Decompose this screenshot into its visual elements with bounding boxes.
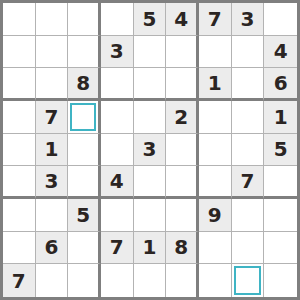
cell-r3c4[interactable] (101, 68, 134, 101)
cell-r3c5[interactable] (134, 68, 167, 101)
cell-r6c6[interactable] (166, 166, 199, 199)
cell-r9c4[interactable] (101, 264, 134, 297)
cell-r9c7[interactable] (199, 264, 232, 297)
cell-r1c5[interactable]: 5 (134, 3, 167, 36)
cell-r3c1[interactable] (3, 68, 36, 101)
cell-r1c3[interactable] (68, 3, 101, 36)
cell-r5c3[interactable] (68, 134, 101, 167)
cell-r1c9[interactable] (264, 3, 297, 36)
cell-r8c7[interactable] (199, 232, 232, 265)
cell-r9c1[interactable]: 7 (3, 264, 36, 297)
cell-r4c5[interactable] (134, 101, 167, 134)
cell-r7c6[interactable] (166, 199, 199, 232)
cell-r3c2[interactable] (36, 68, 69, 101)
cell-r4c7[interactable] (199, 101, 232, 134)
cell-r4c3[interactable] (68, 101, 101, 134)
cell-r2c1[interactable] (3, 36, 36, 69)
cell-r6c8[interactable]: 7 (232, 166, 265, 199)
cell-r8c8[interactable] (232, 232, 265, 265)
cell-r9c6[interactable] (166, 264, 199, 297)
cell-r6c5[interactable] (134, 166, 167, 199)
cell-r7c4[interactable] (101, 199, 134, 232)
cell-r9c2[interactable] (36, 264, 69, 297)
cell-r8c2[interactable]: 6 (36, 232, 69, 265)
cell-r9c8[interactable] (232, 264, 265, 297)
cell-r7c2[interactable] (36, 199, 69, 232)
cell-r8c3[interactable] (68, 232, 101, 265)
cell-r3c6[interactable] (166, 68, 199, 101)
selected-cell-indicator (234, 266, 262, 295)
cell-r1c7[interactable]: 7 (199, 3, 232, 36)
cell-r3c3[interactable]: 8 (68, 68, 101, 101)
cell-r2c8[interactable] (232, 36, 265, 69)
cell-r5c9[interactable]: 5 (264, 134, 297, 167)
cell-r2c5[interactable] (134, 36, 167, 69)
cell-r8c5[interactable]: 1 (134, 232, 167, 265)
cell-r8c1[interactable] (3, 232, 36, 265)
cell-r2c6[interactable] (166, 36, 199, 69)
cell-r2c9[interactable]: 4 (264, 36, 297, 69)
cell-r1c1[interactable] (3, 3, 36, 36)
cell-r5c7[interactable] (199, 134, 232, 167)
cell-r1c2[interactable] (36, 3, 69, 36)
cell-r5c5[interactable]: 3 (134, 134, 167, 167)
cell-r7c5[interactable] (134, 199, 167, 232)
cell-r6c3[interactable] (68, 166, 101, 199)
cell-r7c9[interactable] (264, 199, 297, 232)
cell-r4c9[interactable]: 1 (264, 101, 297, 134)
cell-r6c1[interactable] (3, 166, 36, 199)
cell-r2c2[interactable] (36, 36, 69, 69)
cell-r8c9[interactable] (264, 232, 297, 265)
sudoku-app: 5473348167211353475967187 (0, 0, 300, 300)
cell-r1c4[interactable] (101, 3, 134, 36)
cell-r5c1[interactable] (3, 134, 36, 167)
cell-r2c3[interactable] (68, 36, 101, 69)
cell-r8c4[interactable]: 7 (101, 232, 134, 265)
cell-r1c6[interactable]: 4 (166, 3, 199, 36)
cell-r4c8[interactable] (232, 101, 265, 134)
cell-r7c7[interactable]: 9 (199, 199, 232, 232)
cell-r1c8[interactable]: 3 (232, 3, 265, 36)
cell-r6c2[interactable]: 3 (36, 166, 69, 199)
cell-r3c9[interactable]: 6 (264, 68, 297, 101)
cell-r9c9[interactable] (264, 264, 297, 297)
cell-r6c7[interactable] (199, 166, 232, 199)
cell-r7c8[interactable] (232, 199, 265, 232)
cell-r6c4[interactable]: 4 (101, 166, 134, 199)
cell-r3c7[interactable]: 1 (199, 68, 232, 101)
cell-r5c2[interactable]: 1 (36, 134, 69, 167)
cell-r4c1[interactable] (3, 101, 36, 134)
cell-r5c8[interactable] (232, 134, 265, 167)
selected-cell-indicator (70, 103, 96, 131)
cell-r4c6[interactable]: 2 (166, 101, 199, 134)
cell-r6c9[interactable] (264, 166, 297, 199)
cell-r2c7[interactable] (199, 36, 232, 69)
cell-r7c1[interactable] (3, 199, 36, 232)
cell-r9c3[interactable] (68, 264, 101, 297)
cell-r4c4[interactable] (101, 101, 134, 134)
cell-r5c4[interactable] (101, 134, 134, 167)
cell-r8c6[interactable]: 8 (166, 232, 199, 265)
cell-r7c3[interactable]: 5 (68, 199, 101, 232)
cell-r3c8[interactable] (232, 68, 265, 101)
cell-r2c4[interactable]: 3 (101, 36, 134, 69)
cell-r4c2[interactable]: 7 (36, 101, 69, 134)
cell-r5c6[interactable] (166, 134, 199, 167)
cell-r9c5[interactable] (134, 264, 167, 297)
sudoku-board: 5473348167211353475967187 (0, 0, 300, 300)
